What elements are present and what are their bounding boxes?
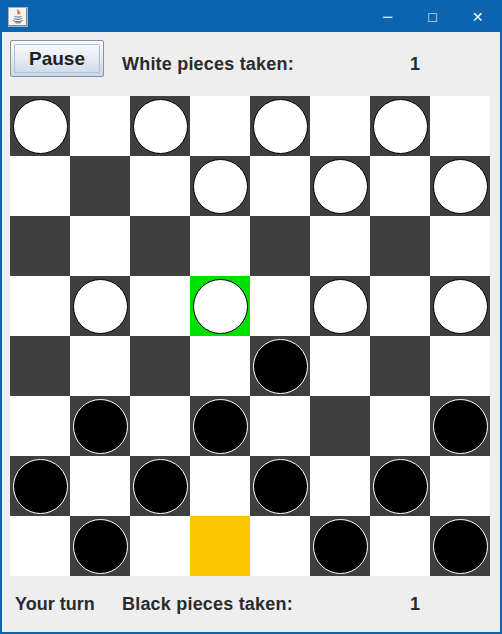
turn-indicator: Your turn — [15, 576, 95, 632]
square-r2c6[interactable] — [370, 216, 430, 276]
square-r6c3[interactable] — [190, 456, 250, 516]
square-r7c5[interactable] — [310, 516, 370, 576]
square-r4c6[interactable] — [370, 336, 430, 396]
square-r4c3[interactable] — [190, 336, 250, 396]
square-r2c1[interactable] — [70, 216, 130, 276]
square-r1c2[interactable] — [130, 156, 190, 216]
square-r0c5[interactable] — [310, 96, 370, 156]
square-r6c7[interactable] — [430, 456, 490, 516]
square-r5c0[interactable] — [10, 396, 70, 456]
square-r2c7[interactable] — [430, 216, 490, 276]
square-r4c2[interactable] — [130, 336, 190, 396]
black-piece[interactable] — [253, 459, 308, 514]
board — [10, 96, 490, 576]
white-piece[interactable] — [133, 99, 188, 154]
black-pieces-taken-label: Black pieces taken: — [122, 576, 293, 632]
square-r0c6[interactable] — [370, 96, 430, 156]
square-r0c4[interactable] — [250, 96, 310, 156]
square-r2c2[interactable] — [130, 216, 190, 276]
square-r0c0[interactable] — [10, 96, 70, 156]
checkers-window: ─ □ ✕ Pause White pieces taken: 1 Your t… — [0, 0, 502, 634]
black-piece[interactable] — [13, 459, 68, 514]
square-r1c7[interactable] — [430, 156, 490, 216]
white-pieces-taken-label: White pieces taken: — [122, 32, 294, 96]
white-piece[interactable] — [193, 159, 248, 214]
square-r5c3[interactable] — [190, 396, 250, 456]
black-piece[interactable] — [313, 519, 368, 574]
black-pieces-taken-count: 1 — [402, 576, 428, 632]
square-r7c4[interactable] — [250, 516, 310, 576]
black-piece[interactable] — [373, 459, 428, 514]
square-r4c0[interactable] — [10, 336, 70, 396]
square-r5c6[interactable] — [370, 396, 430, 456]
square-r7c7[interactable] — [430, 516, 490, 576]
white-piece[interactable] — [13, 99, 68, 154]
square-r0c7[interactable] — [430, 96, 490, 156]
pause-button[interactable]: Pause — [10, 40, 104, 77]
square-r7c3[interactable] — [190, 516, 250, 576]
square-r4c7[interactable] — [430, 336, 490, 396]
square-r4c5[interactable] — [310, 336, 370, 396]
pause-button-label: Pause — [29, 48, 85, 70]
square-r3c3[interactable] — [190, 276, 250, 336]
square-r0c3[interactable] — [190, 96, 250, 156]
black-piece[interactable] — [433, 399, 488, 454]
top-toolbar: Pause White pieces taken: 1 — [2, 32, 500, 96]
square-r5c5[interactable] — [310, 396, 370, 456]
black-piece[interactable] — [193, 399, 248, 454]
square-r6c0[interactable] — [10, 456, 70, 516]
square-r7c0[interactable] — [10, 516, 70, 576]
minimize-icon[interactable]: ─ — [365, 2, 410, 32]
square-r5c7[interactable] — [430, 396, 490, 456]
square-r2c5[interactable] — [310, 216, 370, 276]
black-piece[interactable] — [73, 399, 128, 454]
square-r7c2[interactable] — [130, 516, 190, 576]
square-r6c6[interactable] — [370, 456, 430, 516]
white-piece[interactable] — [73, 279, 128, 334]
square-r1c4[interactable] — [250, 156, 310, 216]
square-r0c1[interactable] — [70, 96, 130, 156]
black-piece[interactable] — [73, 519, 128, 574]
white-piece[interactable] — [193, 279, 248, 334]
square-r2c3[interactable] — [190, 216, 250, 276]
square-r1c6[interactable] — [370, 156, 430, 216]
square-r6c1[interactable] — [70, 456, 130, 516]
close-icon[interactable]: ✕ — [455, 2, 500, 32]
square-r1c5[interactable] — [310, 156, 370, 216]
square-r3c7[interactable] — [430, 276, 490, 336]
white-piece[interactable] — [253, 99, 308, 154]
square-r3c0[interactable] — [10, 276, 70, 336]
white-pieces-taken-count: 1 — [402, 32, 428, 96]
status-bar: Your turn Black pieces taken: 1 — [2, 576, 500, 632]
square-r5c2[interactable] — [130, 396, 190, 456]
white-piece[interactable] — [313, 159, 368, 214]
square-r2c0[interactable] — [10, 216, 70, 276]
square-r7c1[interactable] — [70, 516, 130, 576]
square-r3c1[interactable] — [70, 276, 130, 336]
square-r6c2[interactable] — [130, 456, 190, 516]
square-r1c1[interactable] — [70, 156, 130, 216]
square-r5c1[interactable] — [70, 396, 130, 456]
title-bar: ─ □ ✕ — [2, 2, 500, 32]
square-r4c4[interactable] — [250, 336, 310, 396]
square-r3c2[interactable] — [130, 276, 190, 336]
white-piece[interactable] — [433, 279, 488, 334]
square-r7c6[interactable] — [370, 516, 430, 576]
black-piece[interactable] — [433, 519, 488, 574]
square-r6c5[interactable] — [310, 456, 370, 516]
square-r0c2[interactable] — [130, 96, 190, 156]
java-coffee-cup-icon[interactable] — [8, 7, 28, 27]
square-r6c4[interactable] — [250, 456, 310, 516]
black-piece[interactable] — [133, 459, 188, 514]
square-r3c6[interactable] — [370, 276, 430, 336]
square-r3c4[interactable] — [250, 276, 310, 336]
square-r1c0[interactable] — [10, 156, 70, 216]
square-r2c4[interactable] — [250, 216, 310, 276]
white-piece[interactable] — [313, 279, 368, 334]
square-r1c3[interactable] — [190, 156, 250, 216]
white-piece[interactable] — [373, 99, 428, 154]
square-r3c5[interactable] — [310, 276, 370, 336]
white-piece[interactable] — [433, 159, 488, 214]
square-r5c4[interactable] — [250, 396, 310, 456]
maximize-icon[interactable]: □ — [410, 2, 455, 32]
black-piece[interactable] — [253, 339, 308, 394]
square-r4c1[interactable] — [70, 336, 130, 396]
java-logo — [10, 9, 26, 25]
